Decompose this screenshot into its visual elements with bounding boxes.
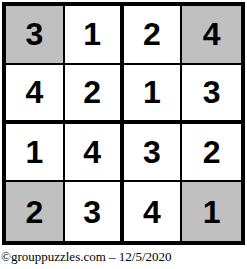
cell-r4c2: 3: [65, 182, 124, 241]
copyright-date-label: ©grouppuzzles.com – 12/5/2020: [1, 249, 172, 265]
cell-r1c1: 3: [6, 6, 65, 65]
sudoku-board: 3124421314322341: [2, 2, 245, 245]
cell-r1c3: 2: [124, 6, 183, 65]
cell-r3c1: 1: [6, 124, 65, 183]
cell-r2c2: 2: [65, 65, 124, 124]
cell-r4c3: 4: [124, 182, 183, 241]
cell-r4c1: 2: [6, 182, 65, 241]
cell-r3c3: 3: [124, 124, 183, 183]
cell-r2c4: 3: [182, 65, 241, 124]
cell-r2c1: 4: [6, 65, 65, 124]
cell-r1c2: 1: [65, 6, 124, 65]
cell-r3c2: 4: [65, 124, 124, 183]
cell-r1c4: 4: [182, 6, 241, 65]
cell-r4c4: 1: [182, 182, 241, 241]
cell-r2c3: 1: [124, 65, 183, 124]
cell-r3c4: 2: [182, 124, 241, 183]
